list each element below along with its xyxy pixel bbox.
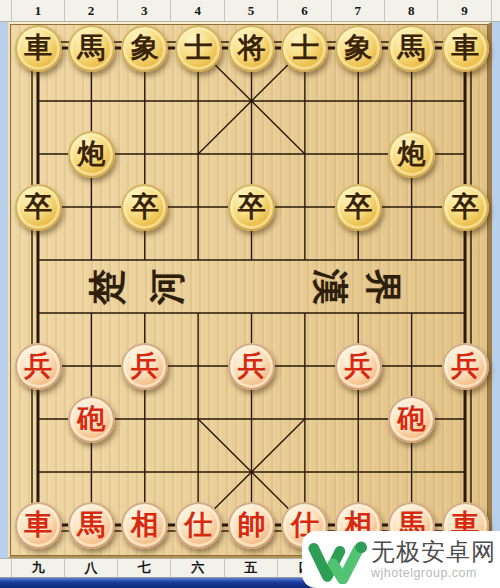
- file-label-bottom: 九: [11, 559, 64, 577]
- river-text-han-1: 漢: [312, 269, 348, 305]
- top-file-labels: 123456789: [0, 0, 500, 22]
- xiangqi-board[interactable]: [8, 22, 492, 558]
- piece-red-soldier[interactable]: 兵: [15, 343, 62, 390]
- file-label-bottom: 六: [171, 559, 224, 577]
- watermark: 无极安卓网 wjhotelgroup.com: [302, 531, 500, 588]
- river-text-chu-1: 楚: [89, 269, 125, 305]
- piece-red-cannon[interactable]: 砲: [68, 396, 115, 443]
- piece-red-soldier[interactable]: 兵: [228, 343, 275, 390]
- piece-black-soldier[interactable]: 卒: [228, 184, 275, 231]
- file-label-top: 8: [385, 0, 438, 21]
- file-label-top: 1: [11, 0, 64, 21]
- piece-black-soldier[interactable]: 卒: [335, 184, 382, 231]
- piece-black-soldier[interactable]: 卒: [15, 184, 62, 231]
- piece-red-soldier[interactable]: 兵: [335, 343, 382, 390]
- piece-red-cannon[interactable]: 砲: [388, 396, 435, 443]
- piece-red-soldier[interactable]: 兵: [121, 343, 168, 390]
- piece-red-soldier[interactable]: 兵: [442, 343, 489, 390]
- piece-black-advisor[interactable]: 士: [175, 25, 222, 72]
- file-label-top: 2: [65, 0, 118, 21]
- piece-black-soldier[interactable]: 卒: [442, 184, 489, 231]
- piece-black-general[interactable]: 将: [228, 25, 275, 72]
- file-label-top: 3: [118, 0, 171, 21]
- w-logo-icon: [307, 536, 367, 584]
- piece-black-cannon[interactable]: 炮: [68, 131, 115, 178]
- piece-red-advisor[interactable]: 仕: [175, 502, 222, 549]
- piece-black-cannon[interactable]: 炮: [388, 131, 435, 178]
- file-label-top: 5: [225, 0, 278, 21]
- file-label-bottom: 五: [225, 559, 278, 577]
- piece-black-soldier[interactable]: 卒: [121, 184, 168, 231]
- piece-black-chariot[interactable]: 車: [442, 25, 489, 72]
- file-label-top: 7: [332, 0, 385, 21]
- watermark-domain: wjhotelgroup.com: [371, 566, 496, 580]
- file-label-bottom: 七: [118, 559, 171, 577]
- watermark-title: 无极安卓网: [371, 539, 496, 564]
- piece-black-elephant[interactable]: 象: [121, 25, 168, 72]
- river-text-han-2: 界: [365, 269, 401, 305]
- piece-black-horse[interactable]: 馬: [68, 25, 115, 72]
- file-label-bottom: 八: [65, 559, 118, 577]
- piece-black-horse[interactable]: 馬: [388, 25, 435, 72]
- piece-red-chariot[interactable]: 車: [15, 502, 62, 549]
- river-text-chu-2: 河: [149, 269, 185, 305]
- file-label-top: 6: [278, 0, 331, 21]
- piece-red-horse[interactable]: 馬: [68, 502, 115, 549]
- piece-black-elephant[interactable]: 象: [335, 25, 382, 72]
- piece-red-general[interactable]: 帥: [228, 502, 275, 549]
- piece-black-advisor[interactable]: 士: [281, 25, 328, 72]
- file-label-top: 4: [171, 0, 224, 21]
- piece-black-chariot[interactable]: 車: [15, 25, 62, 72]
- file-label-top: 9: [438, 0, 491, 21]
- piece-red-elephant[interactable]: 相: [121, 502, 168, 549]
